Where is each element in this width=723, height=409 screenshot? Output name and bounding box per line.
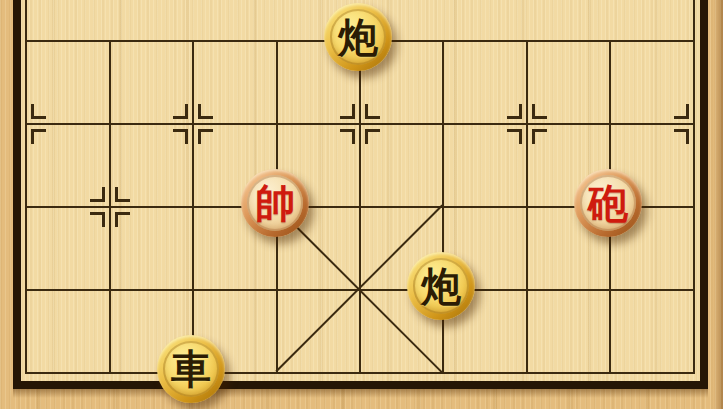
- point-marker-f1r7: [115, 212, 130, 227]
- board-frame-right: [700, 0, 708, 389]
- point-marker-f4r6: [340, 104, 355, 119]
- point-marker-f1r7: [115, 187, 130, 202]
- point-marker-f1r7: [90, 187, 105, 202]
- frame-shadow: [13, 389, 708, 398]
- file-line-0: [25, 0, 27, 374]
- black-cannon[interactable]: 炮: [407, 252, 475, 320]
- point-marker-f6r6: [507, 104, 522, 119]
- file-line-8: [693, 0, 695, 374]
- point-marker-f4r6: [365, 104, 380, 119]
- point-marker-f6r6: [532, 104, 547, 119]
- board-edge-shade: [713, 0, 723, 409]
- red-general-glyph: 帥: [241, 169, 309, 237]
- point-marker-f2r6: [173, 104, 188, 119]
- file-line-2: [192, 40, 194, 374]
- point-marker-f8r6: [674, 104, 689, 119]
- black-cannon-glyph: 炮: [407, 252, 475, 320]
- point-marker-f2r6: [198, 104, 213, 119]
- point-marker-f8r6: [674, 129, 689, 144]
- point-marker-f6r6: [532, 129, 547, 144]
- point-marker-f6r6: [507, 129, 522, 144]
- board-frame-bottom: [13, 381, 708, 389]
- file-line-1: [109, 40, 111, 374]
- point-marker-f4r6: [340, 129, 355, 144]
- point-marker-f0r6: [31, 129, 46, 144]
- board-frame-left: [13, 0, 21, 389]
- file-line-5: [442, 40, 444, 374]
- red-cannon[interactable]: 砲: [574, 169, 642, 237]
- point-marker-f1r7: [90, 212, 105, 227]
- file-line-4: [359, 40, 361, 374]
- file-line-6: [526, 40, 528, 374]
- xiangqi-board: 炮帥砲炮車: [0, 0, 723, 409]
- black-cannon[interactable]: 炮: [324, 3, 392, 71]
- black-chariot[interactable]: 車: [157, 335, 225, 403]
- point-marker-f0r6: [31, 104, 46, 119]
- point-marker-f2r6: [198, 129, 213, 144]
- point-marker-f2r6: [173, 129, 188, 144]
- black-cannon-glyph: 炮: [324, 3, 392, 71]
- red-general[interactable]: 帥: [241, 169, 309, 237]
- black-chariot-glyph: 車: [157, 335, 225, 403]
- red-cannon-glyph: 砲: [574, 169, 642, 237]
- point-marker-f4r6: [365, 129, 380, 144]
